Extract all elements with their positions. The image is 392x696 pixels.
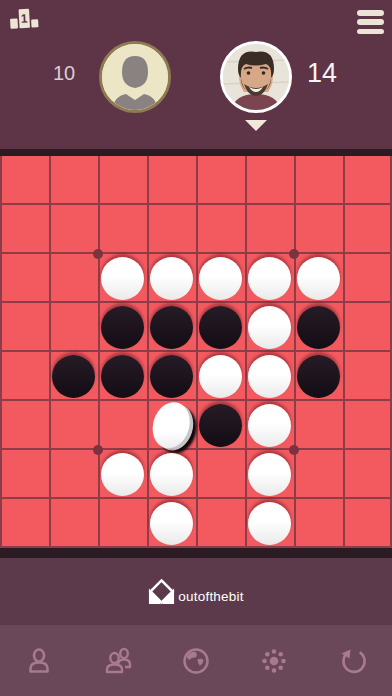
disc-flipping (147, 401, 196, 450)
black-disc-glyph (150, 355, 193, 398)
board-bottom-edge (0, 548, 392, 558)
black-disc-glyph (52, 355, 95, 398)
silhouette-avatar-icon (102, 44, 168, 110)
disc-white (147, 450, 196, 499)
white-disc-glyph (248, 453, 291, 496)
right-player-score: 14 (298, 58, 346, 89)
leaderboard-button[interactable]: 1 (8, 6, 39, 30)
white-disc-glyph (248, 404, 291, 447)
left-player-avatar[interactable] (99, 41, 171, 113)
white-disc-glyph (248, 257, 291, 300)
person-icon (22, 644, 56, 678)
white-disc-glyph (150, 257, 193, 300)
two-persons-icon (101, 644, 135, 678)
two-players-button[interactable] (98, 641, 138, 681)
left-player-score: 10 (40, 62, 88, 85)
disc-white (98, 254, 147, 303)
white-disc-glyph (297, 257, 340, 300)
hamburger-bar (357, 29, 384, 35)
disc-black (196, 401, 245, 450)
podium-icon: 1 (8, 6, 39, 30)
online-play-button[interactable] (176, 641, 216, 681)
restart-button[interactable] (333, 641, 373, 681)
white-disc-glyph (248, 355, 291, 398)
black-disc-glyph (297, 306, 340, 349)
app-screen: 1 10 (0, 0, 392, 696)
disc-white (245, 401, 294, 450)
disc-black (294, 352, 343, 401)
disc-white (245, 303, 294, 352)
disc-black (98, 352, 147, 401)
white-disc-glyph (248, 502, 291, 545)
disc-white (245, 254, 294, 303)
white-disc-glyph (101, 453, 144, 496)
bottom-toolbar (0, 625, 392, 696)
header: 1 10 (0, 0, 392, 149)
disc-white (147, 499, 196, 548)
photo-avatar-icon (223, 44, 289, 110)
brand-band: outofthebit (0, 558, 392, 625)
right-player-avatar[interactable] (220, 41, 292, 113)
black-disc-glyph (101, 355, 144, 398)
disc-black (294, 303, 343, 352)
hamburger-bar (357, 19, 384, 25)
board-top-edge (0, 149, 392, 156)
globe-icon (179, 644, 213, 678)
white-disc-glyph (199, 355, 242, 398)
settings-button[interactable] (254, 641, 294, 681)
black-disc-glyph (199, 306, 242, 349)
white-disc-glyph (150, 502, 193, 545)
disc-white (245, 352, 294, 401)
disc-black (147, 352, 196, 401)
disc-black (98, 303, 147, 352)
turn-indicator-triangle (245, 120, 267, 131)
white-disc-glyph (150, 453, 193, 496)
black-disc-glyph (150, 306, 193, 349)
board[interactable] (0, 156, 392, 548)
black-disc-glyph (199, 404, 242, 447)
black-disc-glyph (297, 355, 340, 398)
black-disc-glyph (101, 306, 144, 349)
white-disc-glyph (248, 306, 291, 349)
disc-black (147, 303, 196, 352)
settings-sun-icon (257, 644, 291, 678)
hamburger-bar (357, 10, 384, 16)
disc-black (49, 352, 98, 401)
single-player-button[interactable] (19, 641, 59, 681)
disc-white (196, 352, 245, 401)
svg-text:1: 1 (21, 11, 29, 25)
disc-white (98, 450, 147, 499)
disc-white (294, 254, 343, 303)
disc-black (196, 303, 245, 352)
hamburger-menu-button[interactable] (357, 10, 384, 34)
brand-logo: outofthebit (148, 578, 243, 605)
disc-white (147, 254, 196, 303)
restart-arrow-icon (336, 644, 370, 678)
white-disc-glyph (101, 257, 144, 300)
white-disc-glyph (199, 257, 242, 300)
flipping-disc-glyph (146, 397, 196, 454)
disc-white (245, 450, 294, 499)
disc-white (245, 499, 294, 548)
brand-text: outofthebit (178, 589, 243, 605)
outofthebit-logo-icon (148, 578, 175, 605)
disc-white (196, 254, 245, 303)
